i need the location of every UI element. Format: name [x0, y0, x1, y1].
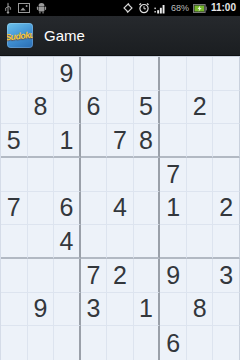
cell-r3c1[interactable]: 5: [1, 124, 28, 158]
screenshot-icon: [18, 3, 30, 13]
cell-r7c2[interactable]: [28, 259, 55, 293]
cell-r9c7[interactable]: 6: [160, 326, 187, 360]
cell-r5c9[interactable]: 2: [213, 192, 240, 226]
cell-r1c1[interactable]: [1, 57, 28, 91]
cell-r6c7[interactable]: [160, 225, 187, 259]
cell-r9c9[interactable]: [213, 326, 240, 360]
cell-r8c2[interactable]: 9: [28, 293, 55, 327]
cell-r2c7[interactable]: [160, 91, 187, 125]
cell-r4c3[interactable]: [54, 158, 81, 192]
usb-icon: [4, 2, 12, 14]
cell-r9c4[interactable]: [81, 326, 108, 360]
cell-r2c9[interactable]: [213, 91, 240, 125]
cell-r6c3[interactable]: 4: [54, 225, 81, 259]
cell-r2c4[interactable]: 6: [81, 91, 108, 125]
cell-r1c5[interactable]: [107, 57, 134, 91]
cell-r7c6[interactable]: [134, 259, 161, 293]
cell-r1c9[interactable]: [213, 57, 240, 91]
cell-r3c2[interactable]: [28, 124, 55, 158]
cell-r9c8[interactable]: [187, 326, 214, 360]
action-bar: Sudoku Game: [0, 16, 240, 56]
cell-r8c3[interactable]: [54, 293, 81, 327]
cell-r4c1[interactable]: [1, 158, 28, 192]
cell-r5c4[interactable]: [81, 192, 108, 226]
cell-r3c8[interactable]: [187, 124, 214, 158]
cell-r6c8[interactable]: [187, 225, 214, 259]
cell-r6c9[interactable]: [213, 225, 240, 259]
cell-r7c4[interactable]: 7: [81, 259, 108, 293]
cell-r3c6[interactable]: 8: [134, 124, 161, 158]
cell-r5c1[interactable]: 7: [1, 192, 28, 226]
cell-r3c9[interactable]: [213, 124, 240, 158]
cell-r9c6[interactable]: [134, 326, 161, 360]
cell-r6c1[interactable]: [1, 225, 28, 259]
cell-r6c2[interactable]: [28, 225, 55, 259]
cell-r5c5[interactable]: 4: [107, 192, 134, 226]
cell-r6c6[interactable]: [134, 225, 161, 259]
cell-r8c8[interactable]: 8: [187, 293, 214, 327]
cell-r4c9[interactable]: [213, 158, 240, 192]
cell-r2c6[interactable]: 5: [134, 91, 161, 125]
cell-r5c6[interactable]: [134, 192, 161, 226]
cell-r3c3[interactable]: 1: [54, 124, 81, 158]
cell-r8c6[interactable]: 1: [134, 293, 161, 327]
cell-r3c5[interactable]: 7: [107, 124, 134, 158]
cell-r2c2[interactable]: 8: [28, 91, 55, 125]
app-icon-label: Sudoku: [7, 29, 33, 42]
cell-r1c6[interactable]: [134, 57, 161, 91]
cell-r7c1[interactable]: [1, 259, 28, 293]
cell-r3c4[interactable]: [81, 124, 108, 158]
battery-icon: [193, 4, 207, 13]
auto-rotate-icon: [122, 2, 134, 14]
cell-r2c1[interactable]: [1, 91, 28, 125]
cell-r7c8[interactable]: [187, 259, 214, 293]
cell-r4c4[interactable]: [81, 158, 108, 192]
cell-r2c5[interactable]: [107, 91, 134, 125]
cell-r9c3[interactable]: [54, 326, 81, 360]
cell-r1c7[interactable]: [160, 57, 187, 91]
cell-r4c8[interactable]: [187, 158, 214, 192]
cell-r1c8[interactable]: [187, 57, 214, 91]
cell-r5c3[interactable]: 6: [54, 192, 81, 226]
clock-text: 11:00: [211, 0, 236, 16]
page-title: Game: [44, 27, 85, 44]
cell-r4c5[interactable]: [107, 158, 134, 192]
cell-r7c7[interactable]: 9: [160, 259, 187, 293]
cell-r2c3[interactable]: [54, 91, 81, 125]
cell-r5c2[interactable]: [28, 192, 55, 226]
cell-r5c7[interactable]: 1: [160, 192, 187, 226]
cell-r4c7[interactable]: 7: [160, 158, 187, 192]
adb-android-icon: [36, 2, 47, 14]
cell-r2c8[interactable]: 2: [187, 91, 214, 125]
cell-r8c4[interactable]: 3: [81, 293, 108, 327]
cell-r9c1[interactable]: [1, 326, 28, 360]
cell-r9c5[interactable]: [107, 326, 134, 360]
cell-r1c4[interactable]: [81, 57, 108, 91]
cell-r8c7[interactable]: [160, 293, 187, 327]
app-icon[interactable]: Sudoku: [7, 23, 33, 48]
cell-r7c3[interactable]: [54, 259, 81, 293]
alarm-icon: [138, 2, 150, 14]
status-bar: 68% 11:00: [0, 0, 240, 16]
cell-r8c1[interactable]: [1, 293, 28, 327]
cell-r6c5[interactable]: [107, 225, 134, 259]
battery-percent-text: 68%: [171, 0, 189, 16]
sudoku-grid: 9865251787764124729393186: [0, 56, 240, 360]
cell-r5c8[interactable]: [187, 192, 214, 226]
cell-r8c5[interactable]: [107, 293, 134, 327]
cell-r8c9[interactable]: [213, 293, 240, 327]
cell-r4c6[interactable]: [134, 158, 161, 192]
cell-r4c2[interactable]: [28, 158, 55, 192]
cell-r7c9[interactable]: 3: [213, 259, 240, 293]
cell-r3c7[interactable]: [160, 124, 187, 158]
cell-r6c4[interactable]: [81, 225, 108, 259]
cell-r7c5[interactable]: 2: [107, 259, 134, 293]
cell-r1c3[interactable]: 9: [54, 57, 81, 91]
cell-r1c2[interactable]: [28, 57, 55, 91]
signal-icon: [154, 3, 167, 14]
cell-r9c2[interactable]: [28, 326, 55, 360]
